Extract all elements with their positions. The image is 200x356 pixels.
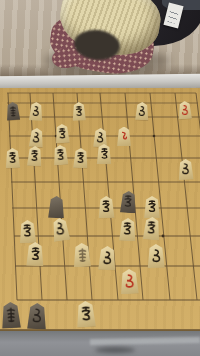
- piece-kanji-glyph: [149, 248, 162, 265]
- piece-kanji-glyph: [75, 151, 87, 166]
- piece-kanji-glyph: [145, 220, 159, 237]
- shogi-piece-r6c7[interactable]: [144, 196, 161, 218]
- piece-kanji-glyph: [99, 147, 110, 161]
- floor-streak: [90, 337, 200, 345]
- shogi-piece-r9c2[interactable]: [27, 302, 48, 329]
- shogi-piece-r7c6[interactable]: [119, 218, 137, 242]
- shogi-piece-r4c2[interactable]: [5, 147, 21, 168]
- pieces-layer: [0, 0, 200, 332]
- shogi-piece-r2c3[interactable]: [29, 102, 44, 121]
- piece-kanji-glyph: [30, 130, 42, 144]
- shogi-piece-r7c7[interactable]: [143, 217, 162, 241]
- piece-kanji-glyph: [28, 246, 41, 263]
- gray-floor: [0, 331, 200, 356]
- piece-kanji-glyph: [122, 273, 136, 291]
- shogi-piece-r6c6[interactable]: [119, 191, 137, 214]
- shogi-piece-r8c7[interactable]: [147, 244, 166, 268]
- piece-kanji-glyph: [75, 246, 89, 263]
- piece-kanji-glyph: [3, 305, 18, 324]
- photo-scene: [0, 0, 200, 356]
- shogi-piece-r2c7[interactable]: [135, 101, 150, 120]
- shogi-piece-r2c2[interactable]: [5, 101, 20, 120]
- piece-kanji-glyph: [180, 162, 192, 177]
- shogi-piece-r3c6[interactable]: [117, 127, 132, 146]
- piece-kanji-glyph: [137, 104, 148, 117]
- shogi-piece-r5c8[interactable]: [178, 159, 194, 180]
- piece-kanji-glyph: [146, 199, 158, 214]
- shogi-piece-r2c9[interactable]: [178, 100, 193, 119]
- piece-kanji-glyph: [56, 126, 67, 140]
- shogi-piece-r8c2[interactable]: [26, 242, 44, 266]
- piece-kanji-glyph: [122, 194, 135, 210]
- piece-kanji-glyph: [100, 249, 114, 266]
- shogi-piece-r4c4[interactable]: [53, 144, 70, 165]
- piece-kanji-glyph: [55, 147, 67, 162]
- shogi-piece-r7c2[interactable]: [19, 220, 37, 244]
- shogi-piece-r6c5[interactable]: [97, 196, 114, 218]
- piece-kanji-glyph: [100, 199, 112, 215]
- shogi-piece-r8c4[interactable]: [73, 243, 92, 268]
- piece-kanji-glyph: [7, 151, 19, 166]
- piece-kanji-glyph: [180, 103, 191, 116]
- shogi-piece-r3c4[interactable]: [54, 123, 70, 143]
- shogi-piece-r6c3[interactable]: [47, 196, 64, 219]
- shogi-board[interactable]: [0, 88, 200, 332]
- piece-kanji-glyph: [31, 105, 42, 118]
- shogi-piece-r8c5[interactable]: [97, 246, 116, 271]
- shogi-piece-r9c6[interactable]: [119, 269, 139, 295]
- piece-kanji-glyph: [78, 304, 93, 323]
- shogi-piece-r9c4[interactable]: [75, 300, 96, 327]
- shogi-piece-r2c5[interactable]: [72, 102, 87, 121]
- shogi-piece-r4c3[interactable]: [27, 145, 43, 166]
- shogi-piece-r3c3[interactable]: [28, 127, 44, 147]
- piece-kanji-glyph: [94, 130, 105, 144]
- piece-kanji-glyph: [74, 105, 85, 118]
- piece-kanji-glyph: [30, 306, 45, 325]
- piece-kanji-glyph: [21, 223, 34, 240]
- shogi-piece-r9c1[interactable]: [0, 301, 21, 328]
- piece-kanji-glyph: [121, 221, 134, 237]
- piece-kanji-glyph: [54, 221, 69, 239]
- shogi-piece-r7c3[interactable]: [51, 217, 71, 242]
- piece-kanji-glyph: [8, 104, 19, 118]
- floor-mark: [95, 347, 135, 353]
- piece-kanji-glyph: [29, 149, 41, 164]
- shogi-piece-r3c5[interactable]: [92, 127, 107, 147]
- piece-kanji-glyph: [119, 129, 130, 143]
- shogi-piece-r4c5[interactable]: [73, 147, 89, 168]
